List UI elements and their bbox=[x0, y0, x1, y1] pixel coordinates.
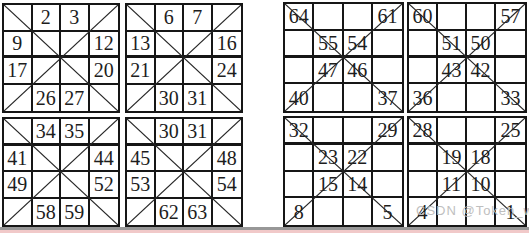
grid-cell-number: 48 bbox=[213, 146, 242, 173]
grid-cell-empty bbox=[373, 31, 402, 58]
csdn-watermark: CSDN @Token_w bbox=[416, 203, 529, 218]
grid-cell-empty bbox=[314, 84, 343, 111]
right-figure-block-top-left: 6461555447464037 bbox=[283, 2, 404, 113]
grid-cell-empty bbox=[344, 118, 373, 145]
left-figure-block-top-left: 2391217202627 bbox=[2, 3, 120, 113]
grid-cell-empty bbox=[127, 5, 156, 32]
grid-cell-number: 42 bbox=[467, 58, 496, 85]
grid-cell-empty bbox=[496, 58, 525, 85]
grid-cell-empty bbox=[33, 172, 62, 199]
grid-cell-number: 28 bbox=[409, 118, 438, 145]
grid-cell-empty bbox=[438, 4, 467, 31]
grid-cell-number: 49 bbox=[4, 172, 33, 199]
grid-cell-number: 10 bbox=[467, 172, 496, 199]
grid-cell-number: 20 bbox=[90, 58, 119, 85]
cell-grid: 2391217202627 bbox=[4, 5, 118, 111]
grid-cell-empty bbox=[467, 84, 496, 111]
grid-cell-empty bbox=[4, 5, 33, 32]
grid-cell-empty bbox=[344, 84, 373, 111]
grid-cell-empty bbox=[90, 5, 119, 32]
grid-cell-number: 7 bbox=[184, 5, 213, 32]
cell-grid: 6461555447464037 bbox=[285, 4, 402, 111]
grid-cell-number: 40 bbox=[285, 84, 314, 111]
grid-cell-number: 31 bbox=[184, 119, 213, 146]
grid-cell-number: 3 bbox=[61, 5, 90, 32]
grid-cell-number: 43 bbox=[438, 58, 467, 85]
grid-cell-empty bbox=[213, 85, 242, 112]
grid-cell-empty bbox=[127, 85, 156, 112]
grid-cell-empty bbox=[314, 118, 343, 145]
grid-cell-empty bbox=[127, 119, 156, 146]
grid-cell-number: 63 bbox=[184, 199, 213, 226]
grid-cell-empty bbox=[373, 172, 402, 199]
grid-cell-empty bbox=[156, 58, 185, 85]
grid-cell-empty bbox=[409, 172, 438, 199]
grid-cell-empty bbox=[4, 119, 33, 146]
grid-cell-number: 14 bbox=[344, 172, 373, 199]
grid-cell-number: 58 bbox=[33, 199, 62, 226]
magic-square-construction-diagram: 2391217202627 67131621243031 34354144495… bbox=[0, 0, 529, 233]
grid-cell-number: 24 bbox=[213, 58, 242, 85]
grid-cell-empty bbox=[33, 58, 62, 85]
grid-cell-empty bbox=[61, 172, 90, 199]
grid-cell-number: 16 bbox=[213, 32, 242, 59]
grid-cell-empty bbox=[61, 58, 90, 85]
grid-cell-number: 35 bbox=[61, 119, 90, 146]
grid-cell-empty bbox=[344, 198, 373, 225]
grid-cell-number: 21 bbox=[127, 58, 156, 85]
grid-cell-number: 30 bbox=[156, 85, 185, 112]
grid-cell-number: 64 bbox=[285, 4, 314, 31]
grid-cell-number: 46 bbox=[344, 58, 373, 85]
grid-cell-empty bbox=[285, 145, 314, 172]
grid-cell-number: 30 bbox=[156, 119, 185, 146]
grid-cell-number: 47 bbox=[314, 58, 343, 85]
grid-cell-number: 50 bbox=[467, 31, 496, 58]
grid-cell-empty bbox=[213, 119, 242, 146]
grid-cell-empty bbox=[438, 118, 467, 145]
grid-cell-number: 34 bbox=[33, 119, 62, 146]
grid-cell-empty bbox=[496, 145, 525, 172]
left-figure-block-bottom-left: 3435414449525859 bbox=[2, 117, 120, 227]
grid-cell-number: 17 bbox=[4, 58, 33, 85]
grid-cell-number: 51 bbox=[438, 31, 467, 58]
grid-cell-number: 54 bbox=[213, 172, 242, 199]
grid-cell-empty bbox=[4, 199, 33, 226]
grid-cell-number: 13 bbox=[127, 32, 156, 59]
grid-cell-number: 54 bbox=[344, 31, 373, 58]
grid-cell-empty bbox=[373, 58, 402, 85]
grid-cell-number: 41 bbox=[4, 146, 33, 173]
grid-cell-empty bbox=[61, 32, 90, 59]
cell-grid: 67131621243031 bbox=[127, 5, 241, 111]
grid-cell-empty bbox=[409, 31, 438, 58]
grid-cell-empty bbox=[285, 58, 314, 85]
grid-cell-empty bbox=[496, 172, 525, 199]
right-figure-block-top-right: 6057515043423633 bbox=[407, 2, 527, 113]
grid-cell-number: 33 bbox=[496, 84, 525, 111]
grid-cell-number: 44 bbox=[90, 146, 119, 173]
cell-grid: 32292322151485 bbox=[285, 118, 402, 225]
cell-grid: 6057515043423633 bbox=[409, 4, 525, 111]
grid-cell-number: 26 bbox=[33, 85, 62, 112]
grid-cell-empty bbox=[344, 4, 373, 31]
grid-cell-empty bbox=[156, 32, 185, 59]
grid-cell-number: 60 bbox=[409, 4, 438, 31]
right-figure-block-bottom-left: 32292322151485 bbox=[283, 116, 404, 227]
grid-cell-number: 18 bbox=[467, 145, 496, 172]
grid-cell-empty bbox=[373, 145, 402, 172]
grid-cell-empty bbox=[467, 118, 496, 145]
grid-cell-empty bbox=[90, 119, 119, 146]
grid-cell-empty bbox=[213, 5, 242, 32]
grid-cell-number: 59 bbox=[61, 199, 90, 226]
grid-cell-empty bbox=[33, 32, 62, 59]
grid-cell-number: 45 bbox=[127, 146, 156, 173]
grid-cell-empty bbox=[184, 172, 213, 199]
grid-cell-number: 11 bbox=[438, 172, 467, 199]
grid-cell-empty bbox=[184, 32, 213, 59]
grid-cell-empty bbox=[285, 31, 314, 58]
grid-cell-empty bbox=[127, 199, 156, 226]
grid-cell-empty bbox=[90, 85, 119, 112]
grid-cell-number: 37 bbox=[373, 84, 402, 111]
grid-cell-number: 36 bbox=[409, 84, 438, 111]
grid-cell-number: 19 bbox=[438, 145, 467, 172]
grid-cell-empty bbox=[409, 145, 438, 172]
grid-cell-number: 9 bbox=[4, 32, 33, 59]
grid-cell-empty bbox=[4, 85, 33, 112]
grid-cell-number: 29 bbox=[373, 118, 402, 145]
grid-cell-empty bbox=[184, 146, 213, 173]
grid-cell-number: 2 bbox=[33, 5, 62, 32]
cell-grid: 3435414449525859 bbox=[4, 119, 118, 225]
grid-cell-number: 27 bbox=[61, 85, 90, 112]
bottom-pink-strip bbox=[0, 230, 529, 234]
grid-cell-empty bbox=[285, 172, 314, 199]
grid-cell-empty bbox=[61, 146, 90, 173]
grid-cell-number: 5 bbox=[373, 198, 402, 225]
grid-cell-empty bbox=[314, 198, 343, 225]
grid-cell-number: 61 bbox=[373, 4, 402, 31]
grid-cell-empty bbox=[438, 84, 467, 111]
grid-cell-number: 22 bbox=[344, 145, 373, 172]
grid-cell-number: 57 bbox=[496, 4, 525, 31]
grid-cell-empty bbox=[496, 31, 525, 58]
left-figure-block-top-right: 67131621243031 bbox=[125, 3, 243, 113]
grid-cell-number: 53 bbox=[127, 172, 156, 199]
grid-cell-number: 12 bbox=[90, 32, 119, 59]
grid-cell-number: 31 bbox=[184, 85, 213, 112]
grid-cell-empty bbox=[409, 58, 438, 85]
grid-cell-empty bbox=[467, 4, 496, 31]
grid-cell-empty bbox=[156, 172, 185, 199]
grid-cell-number: 55 bbox=[314, 31, 343, 58]
grid-cell-empty bbox=[156, 146, 185, 173]
grid-cell-number: 23 bbox=[314, 145, 343, 172]
grid-cell-empty bbox=[184, 58, 213, 85]
grid-cell-number: 8 bbox=[285, 198, 314, 225]
grid-cell-number: 32 bbox=[285, 118, 314, 145]
grid-cell-number: 62 bbox=[156, 199, 185, 226]
grid-cell-number: 52 bbox=[90, 172, 119, 199]
left-figure-block-bottom-right: 3031454853546263 bbox=[125, 117, 243, 227]
grid-cell-empty bbox=[213, 199, 242, 226]
grid-cell-number: 15 bbox=[314, 172, 343, 199]
cell-grid: 3031454853546263 bbox=[127, 119, 241, 225]
grid-cell-number: 6 bbox=[156, 5, 185, 32]
grid-cell-number: 25 bbox=[496, 118, 525, 145]
grid-cell-empty bbox=[90, 199, 119, 226]
grid-cell-empty bbox=[33, 146, 62, 173]
grid-cell-empty bbox=[314, 4, 343, 31]
